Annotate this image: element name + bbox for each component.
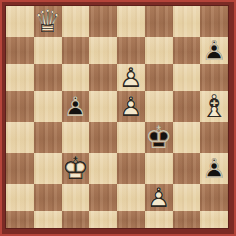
black-pawn-outline: ♙	[63, 93, 87, 120]
chess-board: ♛♕♟♙♟♙♟♙♟♙♝♗♚♔♚♔♟♙♟♙	[6, 6, 228, 228]
square-a2[interactable]	[6, 184, 34, 211]
square-g5[interactable]	[173, 91, 201, 122]
square-b1[interactable]	[34, 211, 62, 228]
square-d5[interactable]	[89, 91, 117, 122]
square-d2[interactable]	[89, 184, 117, 211]
square-e7[interactable]	[117, 37, 145, 64]
square-d4[interactable]	[89, 122, 117, 153]
square-e3[interactable]	[117, 153, 145, 184]
white-queen-outline: ♕	[34, 6, 62, 37]
white-pawn[interactable]: ♟♙	[119, 64, 143, 91]
black-pawn-outline: ♙	[202, 155, 226, 182]
square-e6[interactable]: ♟♙	[117, 64, 145, 91]
board-frame: ♛♕♟♙♟♙♟♙♟♙♝♗♚♔♚♔♟♙♟♙	[0, 0, 236, 236]
square-d1[interactable]	[89, 211, 117, 228]
square-b3[interactable]	[34, 153, 62, 184]
white-pawn[interactable]: ♟♙	[119, 93, 143, 120]
white-king[interactable]: ♚♔	[62, 153, 90, 184]
white-bishop[interactable]: ♝♗	[200, 91, 228, 122]
square-f6[interactable]	[145, 64, 173, 91]
square-f8[interactable]	[145, 6, 173, 37]
black-pawn[interactable]: ♟♙	[202, 155, 226, 182]
square-e2[interactable]	[117, 184, 145, 211]
square-g1[interactable]	[173, 211, 201, 228]
square-d6[interactable]	[89, 64, 117, 91]
square-a5[interactable]	[6, 91, 34, 122]
black-pawn[interactable]: ♟♙	[63, 93, 87, 120]
square-c8[interactable]	[62, 6, 90, 37]
square-e4[interactable]	[117, 122, 145, 153]
square-e5[interactable]: ♟♙	[117, 91, 145, 122]
square-f1[interactable]	[145, 211, 173, 228]
black-king-outline: ♔	[145, 122, 173, 153]
white-pawn[interactable]: ♟♙	[146, 184, 170, 211]
square-b7[interactable]	[34, 37, 62, 64]
square-c3[interactable]: ♚♔	[62, 153, 90, 184]
white-queen[interactable]: ♛♕	[34, 6, 62, 37]
square-h5[interactable]: ♝♗	[200, 91, 228, 122]
square-f5[interactable]	[145, 91, 173, 122]
square-c5[interactable]: ♟♙	[62, 91, 90, 122]
square-d3[interactable]	[89, 153, 117, 184]
square-e8[interactable]	[117, 6, 145, 37]
black-king[interactable]: ♚♔	[145, 122, 173, 153]
square-f2[interactable]: ♟♙	[145, 184, 173, 211]
square-a1[interactable]	[6, 211, 34, 228]
white-pawn-outline: ♙	[146, 184, 170, 211]
square-g6[interactable]	[173, 64, 201, 91]
black-pawn[interactable]: ♟♙	[202, 37, 226, 64]
square-e1[interactable]	[117, 211, 145, 228]
square-c1[interactable]	[62, 211, 90, 228]
white-bishop-outline: ♗	[200, 91, 228, 122]
square-b6[interactable]	[34, 64, 62, 91]
square-a4[interactable]	[6, 122, 34, 153]
square-f4[interactable]: ♚♔	[145, 122, 173, 153]
square-c4[interactable]	[62, 122, 90, 153]
square-f3[interactable]	[145, 153, 173, 184]
square-b4[interactable]	[34, 122, 62, 153]
square-d7[interactable]	[89, 37, 117, 64]
square-g3[interactable]	[173, 153, 201, 184]
square-c7[interactable]	[62, 37, 90, 64]
square-h4[interactable]	[200, 122, 228, 153]
square-g4[interactable]	[173, 122, 201, 153]
white-pawn-outline: ♙	[119, 93, 143, 120]
square-a3[interactable]	[6, 153, 34, 184]
square-c2[interactable]	[62, 184, 90, 211]
square-g8[interactable]	[173, 6, 201, 37]
square-g2[interactable]	[173, 184, 201, 211]
square-h1[interactable]	[200, 211, 228, 228]
square-h2[interactable]	[200, 184, 228, 211]
square-f7[interactable]	[145, 37, 173, 64]
square-a7[interactable]	[6, 37, 34, 64]
square-g7[interactable]	[173, 37, 201, 64]
square-h8[interactable]	[200, 6, 228, 37]
square-b8[interactable]: ♛♕	[34, 6, 62, 37]
square-d8[interactable]	[89, 6, 117, 37]
square-c6[interactable]	[62, 64, 90, 91]
square-a6[interactable]	[6, 64, 34, 91]
square-b5[interactable]	[34, 91, 62, 122]
square-h3[interactable]: ♟♙	[200, 153, 228, 184]
square-h6[interactable]	[200, 64, 228, 91]
square-b2[interactable]	[34, 184, 62, 211]
chess-app: ♛♕♟♙♟♙♟♙♟♙♝♗♚♔♚♔♟♙♟♙	[0, 0, 236, 236]
square-h7[interactable]: ♟♙	[200, 37, 228, 64]
white-pawn-outline: ♙	[119, 64, 143, 91]
square-a8[interactable]	[6, 6, 34, 37]
white-king-outline: ♔	[62, 153, 90, 184]
black-pawn-outline: ♙	[202, 37, 226, 64]
